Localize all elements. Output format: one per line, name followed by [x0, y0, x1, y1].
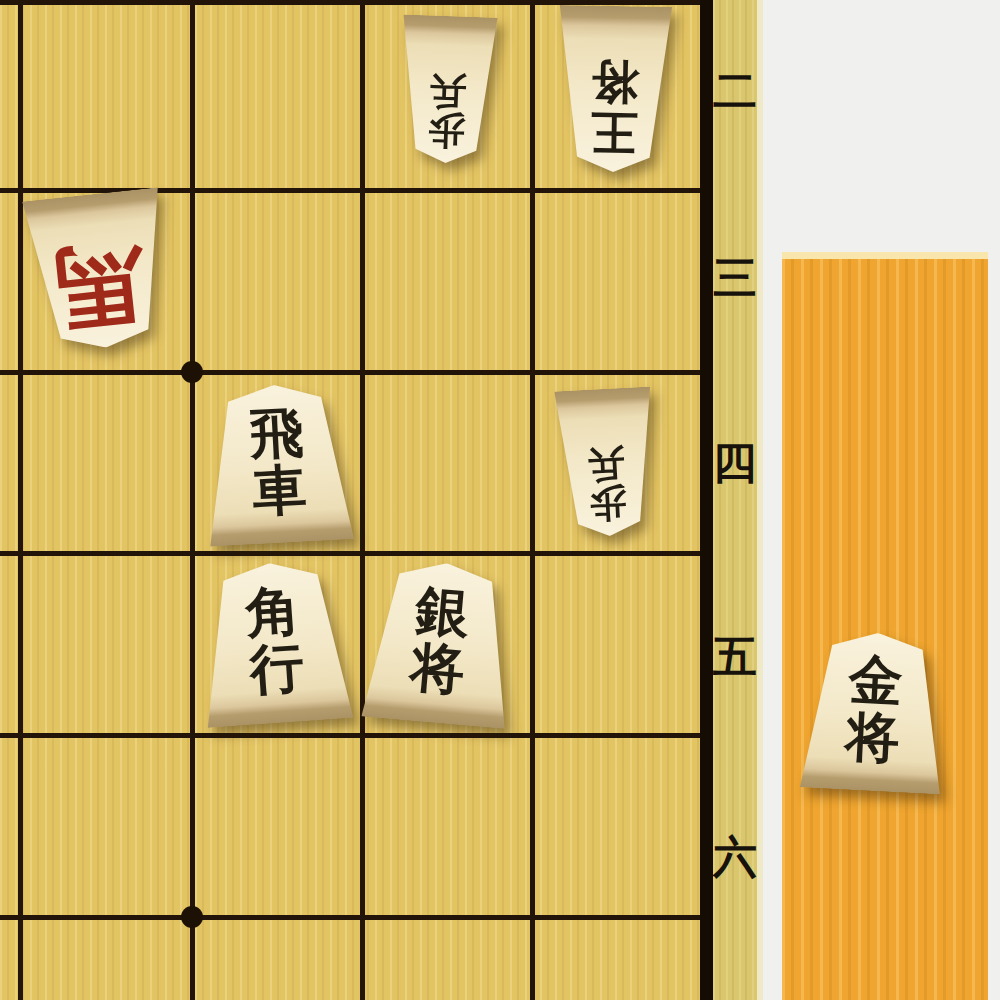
- square-f5-r6[interactable]: [0, 733, 18, 915]
- square-f4-r5[interactable]: [18, 551, 190, 733]
- piece-gote-king-1-2[interactable]: 王 将: [556, 6, 673, 172]
- rank-label-strip: 二 三 四 五 六: [713, 0, 757, 1000]
- square-f5-r5[interactable]: [0, 551, 18, 733]
- sente-komadai[interactable]: [782, 252, 988, 1000]
- square-f3-r3[interactable]: [190, 188, 360, 370]
- square-f3-r6[interactable]: [190, 733, 360, 915]
- square-f4-r2[interactable]: [18, 0, 190, 188]
- piece-gote-promoted-bishop-4-3[interactable]: 馬: [27, 194, 169, 348]
- square-f4-r7[interactable]: [18, 915, 190, 1000]
- star-point-icon: [181, 361, 203, 383]
- piece-gote-pawn-1-4[interactable]: 歩 兵: [556, 389, 656, 536]
- rank-label-5: 五: [713, 635, 757, 679]
- piece-gote-pawn-2-2[interactable]: 歩 兵: [399, 16, 497, 163]
- square-f1-r6[interactable]: [530, 733, 700, 915]
- square-f2-r3[interactable]: [360, 188, 530, 370]
- rank-label-4: 四: [713, 441, 757, 485]
- square-f5-r2[interactable]: [0, 0, 18, 188]
- square-f4-r4[interactable]: [18, 370, 190, 551]
- square-f5-r4[interactable]: [0, 370, 18, 551]
- rank-label-2: 二: [713, 69, 757, 113]
- square-f1-r5[interactable]: [530, 551, 700, 733]
- star-point-icon: [181, 906, 203, 928]
- square-f4-r6[interactable]: [18, 733, 190, 915]
- square-f5-r3[interactable]: [0, 188, 18, 370]
- square-f2-r7[interactable]: [360, 915, 530, 1000]
- square-f3-r7[interactable]: [190, 915, 360, 1000]
- square-f2-r6[interactable]: [360, 733, 530, 915]
- shogi-app-screen: 二 三 四 五 六 歩 兵 王 将 馬 飛 車 歩 兵: [0, 0, 1000, 1000]
- piece-sente-rook-3-4[interactable]: 飛 車: [203, 385, 353, 543]
- board-edge-highlight: [757, 0, 763, 1000]
- square-f5-r7[interactable]: [0, 915, 18, 1000]
- square-f1-r3[interactable]: [530, 188, 700, 370]
- square-f1-r7[interactable]: [530, 915, 700, 1000]
- rank-label-3: 三: [713, 256, 757, 300]
- piece-sente-gold-in-hand[interactable]: 金 将: [801, 633, 947, 791]
- piece-sente-silver-2-5[interactable]: 銀 将: [365, 563, 515, 723]
- rank-label-6: 六: [713, 835, 757, 879]
- piece-sente-bishop-3-5[interactable]: 角 行: [199, 563, 351, 723]
- square-f2-r4[interactable]: [360, 370, 530, 551]
- square-f3-r2[interactable]: [190, 0, 360, 188]
